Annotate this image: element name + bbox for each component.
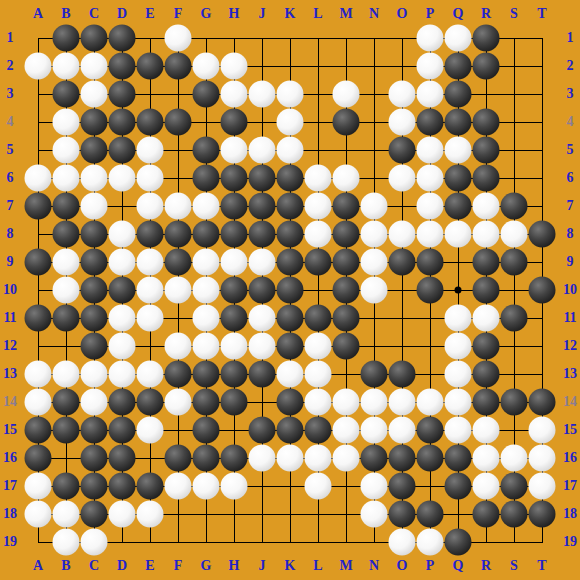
stone-black xyxy=(445,81,472,108)
stone-white xyxy=(445,417,472,444)
stone-white xyxy=(165,25,192,52)
stone-white xyxy=(445,361,472,388)
stone-black xyxy=(277,389,304,416)
stone-white xyxy=(193,249,220,276)
stone-white xyxy=(473,305,500,332)
stone-black xyxy=(165,249,192,276)
stone-white xyxy=(25,53,52,80)
stone-white xyxy=(361,277,388,304)
stone-white xyxy=(25,389,52,416)
stone-white xyxy=(361,473,388,500)
col-label-bottom: N xyxy=(369,559,379,573)
col-label-bottom: F xyxy=(174,559,183,573)
stone-white xyxy=(221,333,248,360)
stone-white xyxy=(109,249,136,276)
stone-white xyxy=(109,361,136,388)
col-label-bottom: H xyxy=(229,559,240,573)
stone-white xyxy=(53,361,80,388)
stone-black xyxy=(417,277,444,304)
stone-white xyxy=(417,137,444,164)
col-label-bottom: L xyxy=(313,559,322,573)
row-label-left: 8 xyxy=(7,227,14,241)
stone-black xyxy=(81,249,108,276)
stone-black xyxy=(81,137,108,164)
stone-black xyxy=(445,53,472,80)
col-label-bottom: K xyxy=(285,559,296,573)
stone-black xyxy=(417,249,444,276)
stone-white xyxy=(361,193,388,220)
stone-white xyxy=(417,389,444,416)
stone-white xyxy=(389,417,416,444)
stone-black xyxy=(165,53,192,80)
stone-white xyxy=(389,389,416,416)
row-label-right: 1 xyxy=(567,31,574,45)
go-board[interactable]: AABBCCDDEEFFGGHHJJKKLLMMNNOOPPQQRRSSTT11… xyxy=(0,0,580,580)
stone-white xyxy=(473,445,500,472)
col-label-top: F xyxy=(174,7,183,21)
stone-black xyxy=(81,333,108,360)
col-label-bottom: A xyxy=(33,559,43,573)
stone-black xyxy=(109,53,136,80)
stone-black xyxy=(277,417,304,444)
stone-black xyxy=(473,25,500,52)
stone-white xyxy=(137,137,164,164)
stone-black xyxy=(109,417,136,444)
stone-black xyxy=(109,81,136,108)
stone-black xyxy=(109,277,136,304)
stone-black xyxy=(193,137,220,164)
stone-white xyxy=(389,165,416,192)
stone-black xyxy=(25,417,52,444)
stone-black xyxy=(445,445,472,472)
stone-black xyxy=(277,277,304,304)
stone-black xyxy=(389,501,416,528)
stone-black xyxy=(277,165,304,192)
stone-white xyxy=(193,193,220,220)
stone-white xyxy=(137,277,164,304)
stone-black xyxy=(165,445,192,472)
row-label-right: 7 xyxy=(567,199,574,213)
row-label-left: 9 xyxy=(7,255,14,269)
stone-white xyxy=(137,305,164,332)
stone-white xyxy=(81,529,108,556)
stone-white xyxy=(221,473,248,500)
row-label-right: 8 xyxy=(567,227,574,241)
stone-black xyxy=(53,81,80,108)
stone-black xyxy=(305,249,332,276)
stone-black xyxy=(81,473,108,500)
stone-white xyxy=(389,81,416,108)
stone-white xyxy=(81,81,108,108)
stone-white xyxy=(53,165,80,192)
stone-black xyxy=(249,193,276,220)
stone-white xyxy=(445,221,472,248)
stone-black xyxy=(277,333,304,360)
stone-white xyxy=(529,473,556,500)
stone-black xyxy=(473,361,500,388)
col-label-top: P xyxy=(426,7,435,21)
col-label-top: R xyxy=(481,7,491,21)
stone-white xyxy=(193,333,220,360)
stone-white xyxy=(81,53,108,80)
stone-black xyxy=(277,193,304,220)
row-label-left: 6 xyxy=(7,171,14,185)
row-label-right: 11 xyxy=(563,311,576,325)
stone-white xyxy=(333,81,360,108)
stone-black xyxy=(249,417,276,444)
col-label-bottom: E xyxy=(145,559,154,573)
row-label-right: 16 xyxy=(563,451,577,465)
stone-black xyxy=(473,501,500,528)
row-label-left: 10 xyxy=(3,283,17,297)
stone-white xyxy=(501,445,528,472)
stone-black xyxy=(417,109,444,136)
stone-black xyxy=(445,529,472,556)
stone-white xyxy=(417,81,444,108)
col-label-top: H xyxy=(229,7,240,21)
row-label-left: 5 xyxy=(7,143,14,157)
stone-black xyxy=(25,305,52,332)
row-label-right: 4 xyxy=(567,115,574,129)
stone-white xyxy=(417,165,444,192)
stone-white xyxy=(249,249,276,276)
stone-white xyxy=(137,361,164,388)
stone-white xyxy=(53,109,80,136)
stone-black xyxy=(501,501,528,528)
stone-black xyxy=(81,445,108,472)
stone-black xyxy=(333,333,360,360)
stone-white xyxy=(305,389,332,416)
stone-black xyxy=(221,277,248,304)
stone-white xyxy=(529,445,556,472)
col-label-bottom: J xyxy=(259,559,266,573)
col-label-top: B xyxy=(61,7,70,21)
stone-black xyxy=(165,361,192,388)
stone-white xyxy=(417,221,444,248)
col-label-bottom: P xyxy=(426,559,435,573)
stone-white xyxy=(417,529,444,556)
stone-black xyxy=(277,305,304,332)
col-label-bottom: M xyxy=(339,559,352,573)
row-label-left: 16 xyxy=(3,451,17,465)
stone-black xyxy=(473,137,500,164)
stone-black xyxy=(53,417,80,444)
row-label-right: 18 xyxy=(563,507,577,521)
stone-white xyxy=(81,165,108,192)
stone-black xyxy=(473,389,500,416)
col-label-bottom: Q xyxy=(453,559,464,573)
stone-white xyxy=(137,417,164,444)
row-label-left: 12 xyxy=(3,339,17,353)
stone-white xyxy=(277,109,304,136)
stone-white xyxy=(193,53,220,80)
stone-white xyxy=(305,445,332,472)
stone-black xyxy=(417,501,444,528)
row-label-left: 3 xyxy=(7,87,14,101)
col-label-top: T xyxy=(537,7,546,21)
stone-white xyxy=(389,529,416,556)
col-label-top: M xyxy=(339,7,352,21)
stone-white xyxy=(109,305,136,332)
stone-white xyxy=(109,165,136,192)
stone-white xyxy=(473,473,500,500)
col-label-top: E xyxy=(145,7,154,21)
stone-white xyxy=(417,193,444,220)
col-label-bottom: T xyxy=(537,559,546,573)
col-label-top: N xyxy=(369,7,379,21)
col-label-bottom: R xyxy=(481,559,491,573)
stone-white xyxy=(81,193,108,220)
stone-white xyxy=(81,389,108,416)
stone-black xyxy=(501,249,528,276)
stone-black xyxy=(333,305,360,332)
row-label-left: 15 xyxy=(3,423,17,437)
stone-white xyxy=(165,473,192,500)
stone-black xyxy=(473,277,500,304)
col-label-top: O xyxy=(397,7,408,21)
stone-black xyxy=(501,193,528,220)
stone-white xyxy=(53,529,80,556)
stone-black xyxy=(137,53,164,80)
stone-white xyxy=(137,165,164,192)
stone-black xyxy=(109,389,136,416)
star-point xyxy=(455,287,462,294)
row-label-left: 7 xyxy=(7,199,14,213)
stone-black xyxy=(389,445,416,472)
stone-white xyxy=(417,25,444,52)
stone-black xyxy=(277,221,304,248)
stone-white xyxy=(109,221,136,248)
stone-black xyxy=(221,193,248,220)
stone-white xyxy=(53,501,80,528)
stone-black xyxy=(137,221,164,248)
stone-white xyxy=(221,137,248,164)
stone-white xyxy=(193,305,220,332)
stone-black xyxy=(165,221,192,248)
row-label-right: 6 xyxy=(567,171,574,185)
col-label-bottom: O xyxy=(397,559,408,573)
stone-black xyxy=(333,221,360,248)
col-label-top: C xyxy=(89,7,99,21)
row-label-right: 10 xyxy=(563,283,577,297)
stone-black xyxy=(53,25,80,52)
stone-white xyxy=(501,221,528,248)
stone-white xyxy=(445,305,472,332)
stone-white xyxy=(361,249,388,276)
stone-black xyxy=(25,445,52,472)
row-label-left: 14 xyxy=(3,395,17,409)
stone-black xyxy=(501,473,528,500)
stone-white xyxy=(305,221,332,248)
stone-white xyxy=(109,333,136,360)
stone-white xyxy=(445,137,472,164)
stone-black xyxy=(389,249,416,276)
stone-black xyxy=(109,137,136,164)
stone-white xyxy=(361,221,388,248)
stone-black xyxy=(445,109,472,136)
stone-black xyxy=(137,473,164,500)
stone-white xyxy=(417,53,444,80)
row-label-right: 12 xyxy=(563,339,577,353)
stone-black xyxy=(361,361,388,388)
stone-black xyxy=(221,305,248,332)
stone-black xyxy=(473,249,500,276)
stone-white xyxy=(165,333,192,360)
stone-white xyxy=(529,417,556,444)
stone-black xyxy=(445,193,472,220)
stone-black xyxy=(81,417,108,444)
col-label-bottom: C xyxy=(89,559,99,573)
stone-black xyxy=(221,109,248,136)
stone-black xyxy=(473,109,500,136)
stone-white xyxy=(333,165,360,192)
stone-black xyxy=(193,81,220,108)
stone-black xyxy=(109,473,136,500)
stone-black xyxy=(529,501,556,528)
row-label-left: 1 xyxy=(7,31,14,45)
stone-black xyxy=(109,25,136,52)
stone-black xyxy=(193,417,220,444)
stone-white xyxy=(445,25,472,52)
row-label-right: 3 xyxy=(567,87,574,101)
stone-black xyxy=(417,445,444,472)
stone-white xyxy=(361,417,388,444)
col-label-top: K xyxy=(285,7,296,21)
stone-black xyxy=(81,25,108,52)
stone-white xyxy=(193,277,220,304)
stone-black xyxy=(221,221,248,248)
row-label-right: 19 xyxy=(563,535,577,549)
row-label-left: 4 xyxy=(7,115,14,129)
stone-black xyxy=(25,193,52,220)
stone-white xyxy=(25,361,52,388)
stone-black xyxy=(305,417,332,444)
stone-white xyxy=(305,473,332,500)
row-label-left: 11 xyxy=(3,311,16,325)
stone-black xyxy=(193,221,220,248)
stone-black xyxy=(53,389,80,416)
col-label-bottom: S xyxy=(510,559,518,573)
stone-white xyxy=(361,389,388,416)
stone-white xyxy=(305,333,332,360)
row-label-left: 18 xyxy=(3,507,17,521)
stone-black xyxy=(137,109,164,136)
row-label-left: 19 xyxy=(3,535,17,549)
stone-black xyxy=(165,109,192,136)
stone-white xyxy=(305,361,332,388)
stone-white xyxy=(25,473,52,500)
col-label-top: S xyxy=(510,7,518,21)
row-label-left: 13 xyxy=(3,367,17,381)
stone-black xyxy=(417,417,444,444)
stone-white xyxy=(165,193,192,220)
stone-black xyxy=(333,277,360,304)
stone-white xyxy=(249,333,276,360)
stone-white xyxy=(277,137,304,164)
stone-white xyxy=(249,445,276,472)
row-label-left: 2 xyxy=(7,59,14,73)
row-label-right: 5 xyxy=(567,143,574,157)
stone-black xyxy=(109,109,136,136)
row-label-right: 9 xyxy=(567,255,574,269)
stone-black xyxy=(473,333,500,360)
stone-black xyxy=(389,361,416,388)
stone-white xyxy=(221,81,248,108)
stone-white xyxy=(333,445,360,472)
stone-white xyxy=(25,501,52,528)
stone-black xyxy=(333,249,360,276)
stone-black xyxy=(137,389,164,416)
stone-white xyxy=(137,193,164,220)
stone-black xyxy=(193,165,220,192)
stone-black xyxy=(445,473,472,500)
stone-white xyxy=(109,501,136,528)
stone-white xyxy=(165,277,192,304)
stone-white xyxy=(277,81,304,108)
stone-black xyxy=(53,221,80,248)
stone-white xyxy=(277,445,304,472)
stone-black xyxy=(81,501,108,528)
stone-white xyxy=(445,333,472,360)
stone-black xyxy=(501,389,528,416)
stone-white xyxy=(53,249,80,276)
stone-black xyxy=(361,445,388,472)
col-label-bottom: D xyxy=(117,559,127,573)
stone-white xyxy=(389,109,416,136)
stone-white xyxy=(473,193,500,220)
stone-black xyxy=(529,277,556,304)
stone-black xyxy=(473,53,500,80)
stone-black xyxy=(249,221,276,248)
stone-black xyxy=(221,361,248,388)
col-label-top: A xyxy=(33,7,43,21)
stone-white xyxy=(361,501,388,528)
stone-black xyxy=(249,165,276,192)
stone-black xyxy=(81,221,108,248)
stone-black xyxy=(529,389,556,416)
row-label-right: 2 xyxy=(567,59,574,73)
stone-white xyxy=(473,221,500,248)
stone-black xyxy=(529,221,556,248)
stone-white xyxy=(137,249,164,276)
stone-white xyxy=(249,137,276,164)
stone-white xyxy=(25,165,52,192)
stone-black xyxy=(305,305,332,332)
stone-black xyxy=(53,473,80,500)
col-label-top: J xyxy=(259,7,266,21)
row-label-right: 13 xyxy=(563,367,577,381)
col-label-top: L xyxy=(313,7,322,21)
stone-black xyxy=(25,249,52,276)
stone-black xyxy=(81,305,108,332)
stone-black xyxy=(501,305,528,332)
stone-white xyxy=(445,389,472,416)
stone-white xyxy=(249,305,276,332)
stone-white xyxy=(333,417,360,444)
stone-white xyxy=(305,193,332,220)
stone-black xyxy=(193,389,220,416)
stone-black xyxy=(221,445,248,472)
stone-black xyxy=(221,165,248,192)
stone-black xyxy=(473,165,500,192)
col-label-top: G xyxy=(201,7,212,21)
stone-black xyxy=(249,361,276,388)
stone-white xyxy=(333,389,360,416)
stone-black xyxy=(389,473,416,500)
stone-black xyxy=(389,137,416,164)
row-label-right: 15 xyxy=(563,423,577,437)
stone-black xyxy=(193,445,220,472)
